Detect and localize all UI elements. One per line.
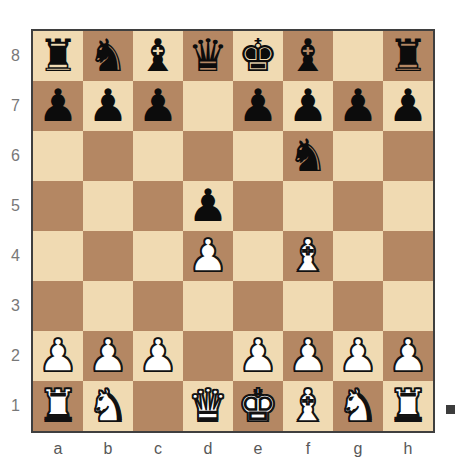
square-c3[interactable] bbox=[133, 281, 183, 331]
square-d3[interactable] bbox=[183, 281, 233, 331]
square-f3[interactable] bbox=[283, 281, 333, 331]
square-g6[interactable] bbox=[333, 131, 383, 181]
chess-diagram: 87654321 ♜♞♝♛♚♝♜♟♟♟♟♟♟♟♞♟♟♝♟♟♟♟♟♟♟♜♞♛♚♝♞… bbox=[0, 0, 464, 464]
rank-label-2: 2 bbox=[0, 331, 31, 381]
square-b7[interactable]: ♟ bbox=[83, 81, 133, 131]
square-f7[interactable]: ♟ bbox=[283, 81, 333, 131]
white-rook-a1[interactable]: ♜ bbox=[38, 381, 78, 431]
white-queen-d1[interactable]: ♛ bbox=[188, 381, 228, 431]
square-g4[interactable] bbox=[333, 231, 383, 281]
square-f2[interactable]: ♟ bbox=[283, 331, 333, 381]
square-d6[interactable] bbox=[183, 131, 233, 181]
square-f1[interactable]: ♝ bbox=[283, 381, 333, 431]
black-knight-b8[interactable]: ♞ bbox=[88, 31, 128, 81]
square-e6[interactable] bbox=[233, 131, 283, 181]
square-b1[interactable]: ♞ bbox=[83, 381, 133, 431]
black-pawn-a7[interactable]: ♟ bbox=[38, 81, 78, 131]
black-pawn-d5[interactable]: ♟ bbox=[188, 181, 228, 231]
chess-board[interactable]: ♜♞♝♛♚♝♜♟♟♟♟♟♟♟♞♟♟♝♟♟♟♟♟♟♟♜♞♛♚♝♞♜ bbox=[31, 29, 435, 433]
file-label-f: f bbox=[283, 435, 333, 462]
file-label-e: e bbox=[233, 435, 283, 462]
square-e4[interactable] bbox=[233, 231, 283, 281]
square-b8[interactable]: ♞ bbox=[83, 31, 133, 81]
black-rook-h8[interactable]: ♜ bbox=[388, 31, 428, 81]
file-label-g: g bbox=[333, 435, 383, 462]
square-d2[interactable] bbox=[183, 331, 233, 381]
square-g1[interactable]: ♞ bbox=[333, 381, 383, 431]
white-pawn-g2[interactable]: ♟ bbox=[338, 331, 378, 381]
black-pawn-e7[interactable]: ♟ bbox=[238, 81, 278, 131]
square-e5[interactable] bbox=[233, 181, 283, 231]
white-king-e1[interactable]: ♚ bbox=[238, 381, 278, 431]
white-rook-h1[interactable]: ♜ bbox=[388, 381, 428, 431]
square-a8[interactable]: ♜ bbox=[33, 31, 83, 81]
square-a3[interactable] bbox=[33, 281, 83, 331]
white-pawn-f2[interactable]: ♟ bbox=[288, 331, 328, 381]
black-bishop-f8[interactable]: ♝ bbox=[288, 31, 328, 81]
square-g2[interactable]: ♟ bbox=[333, 331, 383, 381]
square-a1[interactable]: ♜ bbox=[33, 381, 83, 431]
black-pawn-g7[interactable]: ♟ bbox=[338, 81, 378, 131]
square-h4[interactable] bbox=[383, 231, 433, 281]
square-b4[interactable] bbox=[83, 231, 133, 281]
white-pawn-d4[interactable]: ♟ bbox=[188, 231, 228, 281]
square-g8[interactable] bbox=[333, 31, 383, 81]
square-c2[interactable]: ♟ bbox=[133, 331, 183, 381]
square-h6[interactable] bbox=[383, 131, 433, 181]
square-a2[interactable]: ♟ bbox=[33, 331, 83, 381]
square-g5[interactable] bbox=[333, 181, 383, 231]
white-bishop-f1[interactable]: ♝ bbox=[288, 381, 328, 431]
move-indicator bbox=[446, 405, 455, 414]
square-a6[interactable] bbox=[33, 131, 83, 181]
square-f4[interactable]: ♝ bbox=[283, 231, 333, 281]
square-h3[interactable] bbox=[383, 281, 433, 331]
square-b3[interactable] bbox=[83, 281, 133, 331]
square-g7[interactable]: ♟ bbox=[333, 81, 383, 131]
rank-labels: 87654321 bbox=[0, 31, 31, 431]
square-c8[interactable]: ♝ bbox=[133, 31, 183, 81]
square-a7[interactable]: ♟ bbox=[33, 81, 83, 131]
file-label-b: b bbox=[83, 435, 133, 462]
white-pawn-c2[interactable]: ♟ bbox=[138, 331, 178, 381]
square-a4[interactable] bbox=[33, 231, 83, 281]
square-h1[interactable]: ♜ bbox=[383, 381, 433, 431]
file-label-d: d bbox=[183, 435, 233, 462]
square-e2[interactable]: ♟ bbox=[233, 331, 283, 381]
square-c4[interactable] bbox=[133, 231, 183, 281]
square-e3[interactable] bbox=[233, 281, 283, 331]
square-h2[interactable]: ♟ bbox=[383, 331, 433, 381]
black-pawn-f7[interactable]: ♟ bbox=[288, 81, 328, 131]
square-c1[interactable] bbox=[133, 381, 183, 431]
square-d1[interactable]: ♛ bbox=[183, 381, 233, 431]
square-f6[interactable]: ♞ bbox=[283, 131, 333, 181]
square-f8[interactable]: ♝ bbox=[283, 31, 333, 81]
square-c7[interactable]: ♟ bbox=[133, 81, 183, 131]
black-rook-a8[interactable]: ♜ bbox=[38, 31, 78, 81]
square-h8[interactable]: ♜ bbox=[383, 31, 433, 81]
square-d8[interactable]: ♛ bbox=[183, 31, 233, 81]
square-b6[interactable] bbox=[83, 131, 133, 181]
square-f5[interactable] bbox=[283, 181, 333, 231]
square-a5[interactable] bbox=[33, 181, 83, 231]
black-king-e8[interactable]: ♚ bbox=[238, 31, 278, 81]
white-pawn-e2[interactable]: ♟ bbox=[238, 331, 278, 381]
white-pawn-a2[interactable]: ♟ bbox=[38, 331, 78, 381]
square-d7[interactable] bbox=[183, 81, 233, 131]
white-knight-g1[interactable]: ♞ bbox=[338, 381, 378, 431]
rank-label-5: 5 bbox=[0, 181, 31, 231]
square-e8[interactable]: ♚ bbox=[233, 31, 283, 81]
black-pawn-h7[interactable]: ♟ bbox=[388, 81, 428, 131]
rank-label-7: 7 bbox=[0, 81, 31, 131]
file-label-c: c bbox=[133, 435, 183, 462]
square-h5[interactable] bbox=[383, 181, 433, 231]
rank-label-4: 4 bbox=[0, 231, 31, 281]
file-label-h: h bbox=[383, 435, 433, 462]
black-queen-d8[interactable]: ♛ bbox=[188, 31, 228, 81]
black-pawn-c7[interactable]: ♟ bbox=[138, 81, 178, 131]
white-bishop-f4[interactable]: ♝ bbox=[288, 231, 328, 281]
file-label-a: a bbox=[33, 435, 83, 462]
file-labels: abcdefgh bbox=[33, 435, 433, 462]
black-bishop-c8[interactable]: ♝ bbox=[138, 31, 178, 81]
square-e1[interactable]: ♚ bbox=[233, 381, 283, 431]
rank-label-3: 3 bbox=[0, 281, 31, 331]
black-knight-f6[interactable]: ♞ bbox=[288, 131, 328, 181]
rank-label-1: 1 bbox=[0, 381, 31, 431]
white-knight-b1[interactable]: ♞ bbox=[88, 381, 128, 431]
square-c6[interactable] bbox=[133, 131, 183, 181]
square-c5[interactable] bbox=[133, 181, 183, 231]
white-pawn-b2[interactable]: ♟ bbox=[88, 331, 128, 381]
square-d5[interactable]: ♟ bbox=[183, 181, 233, 231]
square-b2[interactable]: ♟ bbox=[83, 331, 133, 381]
square-e7[interactable]: ♟ bbox=[233, 81, 283, 131]
square-d4[interactable]: ♟ bbox=[183, 231, 233, 281]
rank-label-6: 6 bbox=[0, 131, 31, 181]
white-pawn-h2[interactable]: ♟ bbox=[388, 331, 428, 381]
square-g3[interactable] bbox=[333, 281, 383, 331]
black-pawn-b7[interactable]: ♟ bbox=[88, 81, 128, 131]
square-h7[interactable]: ♟ bbox=[383, 81, 433, 131]
rank-label-8: 8 bbox=[0, 31, 31, 81]
square-b5[interactable] bbox=[83, 181, 133, 231]
